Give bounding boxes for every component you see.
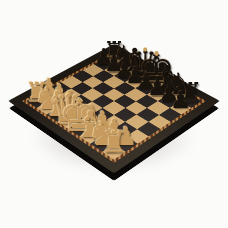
rook-glyph: ♜ — [101, 128, 128, 158]
pawn-glyph: ♟ — [170, 89, 191, 113]
pieces-layer: ♜♞♝♛♚♝♞♜♟♟♟♟♟♟♟♟♟♟♟♟♟♟♟♟♜♞♝♛♚♝♞♜ — [0, 0, 228, 228]
chess-set-product-photo: ♜♞♝♛♚♝♞♜♟♟♟♟♟♟♟♟♟♟♟♟♟♟♟♟♜♞♝♛♚♝♞♜ — [0, 0, 228, 228]
finial-dot — [154, 51, 158, 56]
